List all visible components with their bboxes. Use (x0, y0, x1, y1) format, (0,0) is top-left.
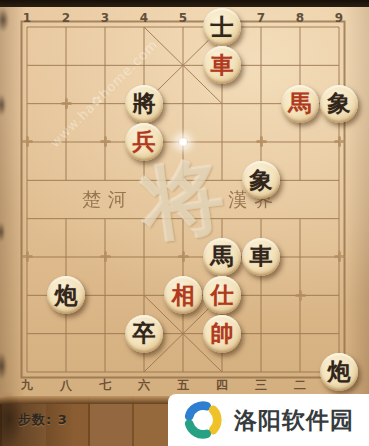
file-label-bottom: 七 (94, 379, 116, 391)
file-label-top: 5 (172, 12, 194, 24)
file-label-top: 8 (289, 12, 311, 24)
piece-black[interactable]: 象 (320, 85, 358, 123)
point-marker (22, 136, 33, 147)
piece-black[interactable]: 將 (125, 85, 163, 123)
file-label-top: 7 (250, 12, 272, 24)
file-label-bottom: 二 (289, 379, 311, 391)
piece-red[interactable]: 馬 (281, 85, 319, 123)
file-label-bottom: 八 (55, 379, 77, 391)
point-marker (100, 251, 111, 262)
point-marker (334, 136, 345, 147)
piece-black[interactable]: 馬 (203, 238, 241, 276)
file-label-top: 4 (133, 12, 155, 24)
file-label-bottom: 九 (16, 379, 38, 391)
point-marker (100, 136, 111, 147)
file-label-bottom: 六 (133, 379, 155, 391)
piece-red[interactable]: 帥 (203, 315, 241, 353)
logo-text: 洛阳软件园 (234, 405, 354, 436)
board-center-watermark: 将 (137, 153, 230, 246)
file-label-top: 9 (328, 12, 350, 24)
file-label-bottom: 三 (250, 379, 272, 391)
point-marker (334, 251, 345, 262)
logo-circle-icon (182, 399, 224, 441)
file-label-bottom: 四 (211, 379, 233, 391)
top-bar (0, 0, 369, 7)
point-marker (256, 136, 267, 147)
step-counter: 步数: 3 (18, 411, 68, 429)
piece-black[interactable]: 卒 (125, 315, 163, 353)
point-marker (22, 251, 33, 262)
file-label-top: 2 (55, 12, 77, 24)
xiangqi-app-screen: 123456789 九八七六五四三二一 楚河 漢界 将 士車將馬象兵象馬車炮相仕… (0, 0, 369, 446)
river-label-left: 楚河 (82, 187, 134, 213)
file-label-bottom: 五 (172, 379, 194, 391)
point-marker (61, 98, 72, 109)
piece-black[interactable]: 車 (242, 238, 280, 276)
piece-black[interactable]: 士 (203, 8, 241, 46)
move-highlight-dot (178, 137, 188, 147)
piece-red[interactable]: 兵 (125, 123, 163, 161)
piece-black[interactable]: 炮 (320, 353, 358, 391)
logo-watermark: 洛阳软件园 (168, 394, 369, 446)
file-label-top: 1 (16, 12, 38, 24)
point-marker (295, 290, 306, 301)
file-label-top: 3 (94, 12, 116, 24)
point-marker (178, 251, 189, 262)
